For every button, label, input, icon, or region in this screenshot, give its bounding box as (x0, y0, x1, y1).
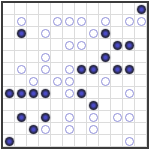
cell-r3c6[interactable] (63, 27, 75, 39)
cell-r10c4[interactable] (39, 111, 51, 123)
cell-r12c4[interactable] (39, 135, 51, 147)
cell-r1c11[interactable] (123, 3, 135, 15)
white-pearl (17, 65, 26, 74)
cell-r9c12[interactable] (135, 99, 147, 111)
cell-r5c11[interactable] (123, 51, 135, 63)
white-pearl (101, 77, 110, 86)
white-pearl (77, 17, 86, 26)
cell-r5c3[interactable] (27, 51, 39, 63)
white-pearl (65, 41, 74, 50)
cell-r5c9[interactable] (99, 51, 111, 63)
white-pearl (65, 125, 74, 134)
cell-r4c1[interactable] (3, 39, 15, 51)
cell-r5c10[interactable] (111, 51, 123, 63)
cell-r10c1[interactable] (3, 111, 15, 123)
cell-r5c2[interactable] (15, 51, 27, 63)
cell-r12c9[interactable] (99, 135, 111, 147)
cell-r10c7[interactable] (75, 111, 87, 123)
cell-r10c12[interactable] (135, 111, 147, 123)
cell-r10c11[interactable] (123, 111, 135, 123)
cell-r6c5[interactable] (51, 63, 63, 75)
cell-r4c7[interactable] (75, 39, 87, 51)
cell-r2c3[interactable] (27, 15, 39, 27)
black-pearl (113, 41, 122, 50)
cell-r3c7[interactable] (75, 27, 87, 39)
cell-r3c3[interactable] (27, 27, 39, 39)
cell-r10c6[interactable] (63, 111, 75, 123)
cell-r8c8[interactable] (87, 87, 99, 99)
cell-r12c11[interactable] (123, 135, 135, 147)
cell-r11c5[interactable] (51, 123, 63, 135)
cell-r2c4[interactable] (39, 15, 51, 27)
white-pearl (89, 29, 98, 38)
white-pearl (77, 41, 86, 50)
black-pearl (5, 137, 14, 146)
cell-r12c10[interactable] (111, 135, 123, 147)
white-pearl (65, 113, 74, 122)
cell-r8c2[interactable] (15, 87, 27, 99)
cell-r4c5[interactable] (51, 39, 63, 51)
black-pearl (101, 29, 110, 38)
cell-r8c1[interactable] (3, 87, 15, 99)
white-pearl (53, 77, 62, 86)
cell-r8c12[interactable] (135, 87, 147, 99)
cell-r8c10[interactable] (111, 87, 123, 99)
cell-r7c4[interactable] (39, 75, 51, 87)
cell-r11c10[interactable] (111, 123, 123, 135)
cell-r11c4[interactable] (39, 123, 51, 135)
black-pearl (125, 65, 134, 74)
cell-r6c11[interactable] (123, 63, 135, 75)
cell-r7c10[interactable] (111, 75, 123, 87)
white-pearl (41, 65, 50, 74)
black-pearl (77, 89, 86, 98)
cell-r12c6[interactable] (63, 135, 75, 147)
cell-r9c5[interactable] (51, 99, 63, 111)
cell-r7c2[interactable] (15, 75, 27, 87)
cell-r4c12[interactable] (135, 39, 147, 51)
cell-r7c8[interactable] (87, 75, 99, 87)
cell-r7c11[interactable] (123, 75, 135, 87)
cell-r4c11[interactable] (123, 39, 135, 51)
cell-r11c1[interactable] (3, 123, 15, 135)
cell-r2c6[interactable] (63, 15, 75, 27)
white-pearl (41, 29, 50, 38)
cell-r3c8[interactable] (87, 27, 99, 39)
cell-r2c11[interactable] (123, 15, 135, 27)
black-pearl (41, 89, 50, 98)
cell-r9c10[interactable] (111, 99, 123, 111)
cell-r6c1[interactable] (3, 63, 15, 75)
cell-r7c6[interactable] (63, 75, 75, 87)
white-pearl (65, 77, 74, 86)
cell-r8c3[interactable] (27, 87, 39, 99)
cell-r4c10[interactable] (111, 39, 123, 51)
cell-r5c4[interactable] (39, 51, 51, 63)
cell-r9c6[interactable] (63, 99, 75, 111)
cell-r3c5[interactable] (51, 27, 63, 39)
black-pearl (17, 29, 26, 38)
cell-r3c12[interactable] (135, 27, 147, 39)
cell-r3c10[interactable] (111, 27, 123, 39)
white-pearl (41, 125, 50, 134)
white-pearl (53, 17, 62, 26)
cell-r8c5[interactable] (51, 87, 63, 99)
cell-r12c8[interactable] (87, 135, 99, 147)
cell-r2c5[interactable] (51, 15, 63, 27)
cell-r1c7[interactable] (75, 3, 87, 15)
cell-r11c9[interactable] (99, 123, 111, 135)
black-pearl (113, 65, 122, 74)
white-pearl (41, 53, 50, 62)
white-pearl (101, 17, 110, 26)
white-pearl (65, 89, 74, 98)
cell-r11c2[interactable] (15, 123, 27, 135)
cell-r5c8[interactable] (87, 51, 99, 63)
black-pearl (5, 89, 14, 98)
cell-r4c2[interactable] (15, 39, 27, 51)
cell-r1c1[interactable] (3, 3, 15, 15)
cell-r9c2[interactable] (15, 99, 27, 111)
cell-r9c1[interactable] (3, 99, 15, 111)
cell-r1c8[interactable] (87, 3, 99, 15)
cell-r1c12[interactable] (135, 3, 147, 15)
cell-r6c10[interactable] (111, 63, 123, 75)
cell-r8c9[interactable] (99, 87, 111, 99)
cell-r4c8[interactable] (87, 39, 99, 51)
white-pearl (89, 125, 98, 134)
cell-r10c9[interactable] (99, 111, 111, 123)
white-pearl (125, 17, 134, 26)
cell-r10c3[interactable] (27, 111, 39, 123)
cell-r9c7[interactable] (75, 99, 87, 111)
cell-r5c6[interactable] (63, 51, 75, 63)
cell-r1c2[interactable] (15, 3, 27, 15)
cell-r5c5[interactable] (51, 51, 63, 63)
cell-r11c8[interactable] (87, 123, 99, 135)
black-pearl (137, 5, 146, 14)
cell-r4c4[interactable] (39, 39, 51, 51)
cell-r10c5[interactable] (51, 111, 63, 123)
cell-r8c7[interactable] (75, 87, 87, 99)
black-pearl (125, 41, 134, 50)
cell-r12c5[interactable] (51, 135, 63, 147)
cell-r5c12[interactable] (135, 51, 147, 63)
cell-r12c12[interactable] (135, 135, 147, 147)
white-pearl (125, 89, 134, 98)
cell-r12c3[interactable] (27, 135, 39, 147)
cell-r6c6[interactable] (63, 63, 75, 75)
masyu-board (1, 1, 149, 149)
cell-r7c3[interactable] (27, 75, 39, 87)
white-pearl (89, 113, 98, 122)
cell-r6c2[interactable] (15, 63, 27, 75)
white-pearl (65, 65, 74, 74)
cell-r3c4[interactable] (39, 27, 51, 39)
cell-r10c10[interactable] (111, 111, 123, 123)
cell-r11c7[interactable] (75, 123, 87, 135)
cell-r12c1[interactable] (3, 135, 15, 147)
cell-r6c12[interactable] (135, 63, 147, 75)
cell-r2c9[interactable] (99, 15, 111, 27)
cell-r3c9[interactable] (99, 27, 111, 39)
black-pearl (29, 89, 38, 98)
cell-r11c11[interactable] (123, 123, 135, 135)
cell-r4c6[interactable] (63, 39, 75, 51)
cell-r3c11[interactable] (123, 27, 135, 39)
cell-r8c4[interactable] (39, 87, 51, 99)
white-pearl (125, 113, 134, 122)
black-pearl (89, 101, 98, 110)
cell-r2c2[interactable] (15, 15, 27, 27)
cell-r1c10[interactable] (111, 3, 123, 15)
cell-r6c8[interactable] (87, 63, 99, 75)
cell-r8c6[interactable] (63, 87, 75, 99)
cell-r8c11[interactable] (123, 87, 135, 99)
cell-r3c1[interactable] (3, 27, 15, 39)
white-pearl (137, 17, 146, 26)
cell-r7c7[interactable] (75, 75, 87, 87)
cell-r4c3[interactable] (27, 39, 39, 51)
black-pearl (101, 53, 110, 62)
cell-r9c11[interactable] (123, 99, 135, 111)
cell-r10c2[interactable] (15, 111, 27, 123)
cell-r6c7[interactable] (75, 63, 87, 75)
cell-r6c4[interactable] (39, 63, 51, 75)
cell-r1c9[interactable] (99, 3, 111, 15)
cell-r2c12[interactable] (135, 15, 147, 27)
cell-r2c1[interactable] (3, 15, 15, 27)
cell-r4c9[interactable] (99, 39, 111, 51)
cell-r11c3[interactable] (27, 123, 39, 135)
white-pearl (17, 17, 26, 26)
black-pearl (17, 89, 26, 98)
cell-r5c1[interactable] (3, 51, 15, 63)
black-pearl (41, 113, 50, 122)
cell-r11c12[interactable] (135, 123, 147, 135)
cell-r1c3[interactable] (27, 3, 39, 15)
cell-r9c8[interactable] (87, 99, 99, 111)
black-pearl (89, 65, 98, 74)
cell-r3c2[interactable] (15, 27, 27, 39)
cell-r5c7[interactable] (75, 51, 87, 63)
cell-r12c7[interactable] (75, 135, 87, 147)
white-pearl (113, 113, 122, 122)
black-pearl (77, 65, 86, 74)
black-pearl (29, 125, 38, 134)
cell-r2c8[interactable] (87, 15, 99, 27)
cell-r7c5[interactable] (51, 75, 63, 87)
white-pearl (125, 137, 134, 146)
cell-r2c7[interactable] (75, 15, 87, 27)
cell-r9c9[interactable] (99, 99, 111, 111)
cell-r1c5[interactable] (51, 3, 63, 15)
black-pearl (17, 113, 26, 122)
cell-r12c2[interactable] (15, 135, 27, 147)
cell-r7c12[interactable] (135, 75, 147, 87)
cell-r11c6[interactable] (63, 123, 75, 135)
cell-r10c8[interactable] (87, 111, 99, 123)
white-pearl (65, 17, 74, 26)
cell-r6c9[interactable] (99, 63, 111, 75)
cell-r9c3[interactable] (27, 99, 39, 111)
cell-r1c6[interactable] (63, 3, 75, 15)
cell-r1c4[interactable] (39, 3, 51, 15)
cell-r7c1[interactable] (3, 75, 15, 87)
cell-r7c9[interactable] (99, 75, 111, 87)
white-pearl (29, 77, 38, 86)
cell-r6c3[interactable] (27, 63, 39, 75)
cell-r9c4[interactable] (39, 99, 51, 111)
cell-r2c10[interactable] (111, 15, 123, 27)
